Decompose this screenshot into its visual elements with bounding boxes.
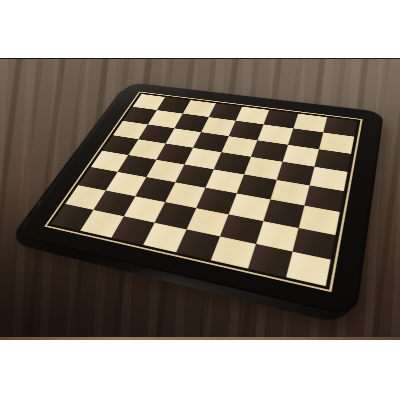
- scene: [0, 0, 400, 400]
- board-wrap: [0, 0, 400, 400]
- chess-board: [16, 82, 384, 318]
